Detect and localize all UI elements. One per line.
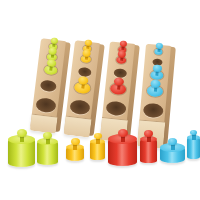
- loose-cylinder-red-large: [108, 129, 137, 166]
- loose-cylinder-green-large: [8, 129, 35, 167]
- loose-cylinder-blue-wide-short: [160, 138, 185, 163]
- knob-red-icon: [144, 130, 153, 137]
- loose-cylinder-blue-small: [187, 130, 200, 159]
- cylinder-block-red: [100, 41, 140, 142]
- knob-yellow-icon: [84, 39, 92, 46]
- cylinder-body: [140, 139, 157, 163]
- knob-red-icon: [119, 40, 127, 47]
- cylinder-block-yellow: [64, 40, 105, 137]
- toy-scene: [0, 0, 200, 200]
- knob-green-icon: [17, 129, 27, 137]
- loose-cylinder-yellow-small: [90, 133, 105, 160]
- knob-green-icon: [46, 59, 56, 67]
- knob-blue-icon: [155, 43, 162, 50]
- knob-green-icon: [43, 132, 52, 139]
- knob-yellow-icon: [94, 133, 102, 139]
- knob-green-icon: [50, 37, 58, 44]
- knob-blue-icon: [190, 130, 197, 135]
- block-front-face: [64, 116, 92, 138]
- loose-cylinder-red-medium: [140, 130, 157, 163]
- knob-red-icon: [118, 50, 127, 58]
- loose-cylinder-green-medium: [37, 132, 58, 165]
- knob-yellow-icon: [71, 138, 80, 145]
- knob-blue-icon: [152, 64, 162, 72]
- knob-blue-icon: [168, 138, 177, 145]
- cylinder-body: [37, 141, 58, 165]
- loose-cylinder-yellow-small-wide: [66, 138, 84, 161]
- cylinder-body: [187, 137, 200, 159]
- knob-red-icon: [118, 129, 128, 137]
